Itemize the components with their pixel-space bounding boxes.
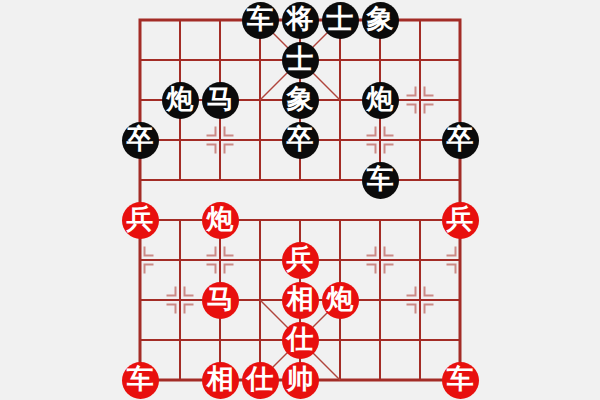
board-cell[interactable] (240, 280, 280, 320)
board-cell[interactable] (360, 40, 400, 80)
board-cell[interactable] (120, 280, 160, 320)
board-cell[interactable]: 相 (200, 360, 240, 400)
board-cell[interactable]: 士 (280, 40, 320, 80)
board-cell[interactable] (160, 280, 200, 320)
board-cell[interactable]: 象 (280, 80, 320, 120)
piece-red-soldier[interactable]: 兵 (122, 202, 159, 239)
board-cell[interactable] (360, 240, 400, 280)
board-cell[interactable] (120, 240, 160, 280)
board-cell[interactable] (440, 280, 480, 320)
board-cell[interactable]: 兵 (440, 200, 480, 240)
piece-red-general[interactable]: 帅 (282, 362, 319, 399)
board-cell[interactable] (440, 0, 480, 40)
piece-black-advisor[interactable]: 士 (282, 42, 319, 79)
board-cell[interactable]: 仕 (240, 360, 280, 400)
board-cell[interactable] (400, 120, 440, 160)
board-cell[interactable] (320, 240, 360, 280)
board-cell[interactable] (440, 80, 480, 120)
board-cell[interactable] (400, 0, 440, 40)
board-grid: 车将士象士炮马象炮卒卒卒车兵炮兵兵马相炮仕车相仕帅车 (120, 0, 480, 400)
piece-black-soldier[interactable]: 卒 (282, 122, 319, 159)
board-cell[interactable] (440, 40, 480, 80)
piece-black-soldier[interactable]: 卒 (122, 122, 159, 159)
board-cell[interactable] (240, 40, 280, 80)
board-cell[interactable] (240, 200, 280, 240)
board-cell[interactable]: 车 (360, 160, 400, 200)
board-cell[interactable]: 车 (120, 360, 160, 400)
piece-red-chariot[interactable]: 车 (442, 362, 479, 399)
board-cell[interactable] (400, 240, 440, 280)
piece-black-elephant[interactable]: 象 (282, 82, 319, 119)
board-cell[interactable] (400, 200, 440, 240)
board-cell[interactable]: 帅 (280, 360, 320, 400)
piece-red-soldier[interactable]: 兵 (442, 202, 479, 239)
board-cell[interactable] (160, 360, 200, 400)
board-cell[interactable] (200, 0, 240, 40)
board-cell[interactable] (200, 320, 240, 360)
xiangqi-board: 车将士象士炮马象炮卒卒卒车兵炮兵兵马相炮仕车相仕帅车 (0, 0, 600, 400)
board-cell[interactable] (360, 280, 400, 320)
board-cell[interactable] (120, 320, 160, 360)
piece-red-soldier[interactable]: 兵 (282, 242, 319, 279)
board-cell[interactable] (200, 160, 240, 200)
board-cell[interactable] (400, 280, 440, 320)
board-cell[interactable] (360, 360, 400, 400)
board-cell[interactable]: 将 (280, 0, 320, 40)
board-cell[interactable] (400, 360, 440, 400)
board-cell[interactable]: 卒 (280, 120, 320, 160)
board-cell[interactable] (440, 320, 480, 360)
board-cell[interactable] (440, 160, 480, 200)
board-cell[interactable]: 车 (440, 360, 480, 400)
board-cell[interactable] (280, 200, 320, 240)
board-cell[interactable] (400, 40, 440, 80)
piece-black-advisor[interactable]: 士 (322, 2, 359, 39)
board-cell[interactable] (160, 0, 200, 40)
board-cell[interactable]: 车 (240, 0, 280, 40)
board-cell[interactable] (160, 120, 200, 160)
board-cell[interactable]: 炮 (200, 200, 240, 240)
board-cell[interactable] (200, 240, 240, 280)
board-cell[interactable] (320, 160, 360, 200)
board-cell[interactable] (320, 320, 360, 360)
board-cell[interactable] (400, 80, 440, 120)
board-cell[interactable] (160, 160, 200, 200)
board-cell[interactable] (400, 320, 440, 360)
board-cell[interactable]: 马 (200, 280, 240, 320)
board-cell[interactable] (160, 200, 200, 240)
board-cell[interactable] (400, 160, 440, 200)
board-cell[interactable] (320, 120, 360, 160)
board-cell[interactable] (160, 320, 200, 360)
board-cell[interactable]: 仕 (280, 320, 320, 360)
piece-red-advisor[interactable]: 仕 (242, 362, 279, 399)
board-cell[interactable] (160, 240, 200, 280)
board-cell[interactable]: 马 (200, 80, 240, 120)
board-cell[interactable]: 炮 (160, 80, 200, 120)
board-cell[interactable]: 炮 (360, 80, 400, 120)
piece-black-chariot[interactable]: 车 (242, 2, 279, 39)
board-cell[interactable]: 士 (320, 0, 360, 40)
board-cell[interactable] (320, 40, 360, 80)
board-cell[interactable]: 兵 (120, 200, 160, 240)
piece-red-cannon[interactable]: 炮 (202, 202, 239, 239)
piece-black-cannon[interactable]: 炮 (162, 82, 199, 119)
piece-red-elephant[interactable]: 相 (202, 362, 239, 399)
board-cell[interactable] (120, 0, 160, 40)
board-cell[interactable] (240, 120, 280, 160)
piece-red-chariot[interactable]: 车 (122, 362, 159, 399)
board-cell[interactable] (120, 80, 160, 120)
board-cell[interactable] (440, 240, 480, 280)
board-cell[interactable] (120, 40, 160, 80)
piece-black-chariot[interactable]: 车 (362, 162, 399, 199)
board-cell[interactable] (280, 160, 320, 200)
board-cell[interactable] (200, 120, 240, 160)
board-cell[interactable]: 兵 (280, 240, 320, 280)
board-cell[interactable] (360, 120, 400, 160)
piece-red-elephant[interactable]: 相 (282, 282, 319, 319)
board-cell[interactable] (360, 200, 400, 240)
board-cell[interactable]: 炮 (320, 280, 360, 320)
board-cell[interactable] (360, 320, 400, 360)
board-cell[interactable] (320, 80, 360, 120)
piece-black-soldier[interactable]: 卒 (442, 122, 479, 159)
board-cell[interactable] (120, 160, 160, 200)
board-cell[interactable] (240, 80, 280, 120)
piece-black-general[interactable]: 将 (282, 2, 319, 39)
piece-black-elephant[interactable]: 象 (362, 2, 399, 39)
board-cell[interactable]: 卒 (440, 120, 480, 160)
board-cell[interactable]: 相 (280, 280, 320, 320)
board-cell[interactable]: 象 (360, 0, 400, 40)
board-cell[interactable] (320, 360, 360, 400)
board-cell[interactable] (160, 40, 200, 80)
board-cell[interactable] (320, 200, 360, 240)
board-cell[interactable] (240, 160, 280, 200)
board-cell[interactable] (240, 240, 280, 280)
piece-red-horse[interactable]: 马 (202, 282, 239, 319)
board-cell[interactable] (240, 320, 280, 360)
piece-black-horse[interactable]: 马 (202, 82, 239, 119)
board-cell[interactable] (200, 40, 240, 80)
piece-red-cannon[interactable]: 炮 (322, 282, 359, 319)
board-cell[interactable]: 卒 (120, 120, 160, 160)
piece-black-cannon[interactable]: 炮 (362, 82, 399, 119)
piece-red-advisor[interactable]: 仕 (282, 322, 319, 359)
